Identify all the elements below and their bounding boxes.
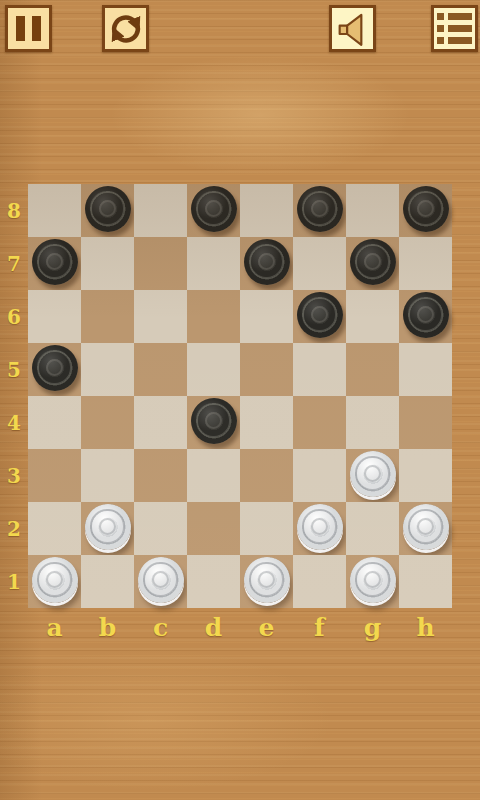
square-d6[interactable] bbox=[187, 290, 240, 343]
black-checker-g7[interactable] bbox=[350, 239, 396, 285]
square-b5[interactable] bbox=[81, 343, 134, 396]
restart-button[interactable] bbox=[102, 5, 149, 52]
square-b1[interactable] bbox=[81, 555, 134, 608]
square-e8[interactable] bbox=[240, 184, 293, 237]
square-a7[interactable] bbox=[28, 237, 81, 290]
square-f1[interactable] bbox=[293, 555, 346, 608]
square-a5[interactable] bbox=[28, 343, 81, 396]
square-h2[interactable] bbox=[399, 502, 452, 555]
board bbox=[28, 184, 452, 608]
square-h4[interactable] bbox=[399, 396, 452, 449]
square-c1[interactable] bbox=[134, 555, 187, 608]
black-checker-d8[interactable] bbox=[191, 186, 237, 232]
checkers-app-screen: 87654321 abcdefgh bbox=[0, 0, 480, 800]
square-f4[interactable] bbox=[293, 396, 346, 449]
black-checker-e7[interactable] bbox=[244, 239, 290, 285]
square-e3[interactable] bbox=[240, 449, 293, 502]
square-a1[interactable] bbox=[28, 555, 81, 608]
square-c7[interactable] bbox=[134, 237, 187, 290]
menu-list-icon bbox=[437, 13, 472, 44]
square-b6[interactable] bbox=[81, 290, 134, 343]
square-c6[interactable] bbox=[134, 290, 187, 343]
square-h7[interactable] bbox=[399, 237, 452, 290]
white-checker-g3[interactable] bbox=[350, 451, 396, 497]
square-e2[interactable] bbox=[240, 502, 293, 555]
square-f5[interactable] bbox=[293, 343, 346, 396]
square-h3[interactable] bbox=[399, 449, 452, 502]
square-e4[interactable] bbox=[240, 396, 293, 449]
square-g7[interactable] bbox=[346, 237, 399, 290]
black-checker-d4[interactable] bbox=[191, 398, 237, 444]
white-checker-c1[interactable] bbox=[138, 557, 184, 603]
rank-label-4: 4 bbox=[0, 396, 28, 449]
square-f3[interactable] bbox=[293, 449, 346, 502]
rank-label-5: 5 bbox=[0, 343, 28, 396]
square-d1[interactable] bbox=[187, 555, 240, 608]
rank-label-7: 7 bbox=[0, 237, 28, 290]
white-checker-g1[interactable] bbox=[350, 557, 396, 603]
square-a8[interactable] bbox=[28, 184, 81, 237]
square-c3[interactable] bbox=[134, 449, 187, 502]
square-g6[interactable] bbox=[346, 290, 399, 343]
white-checker-h2[interactable] bbox=[403, 504, 449, 550]
square-a6[interactable] bbox=[28, 290, 81, 343]
square-g1[interactable] bbox=[346, 555, 399, 608]
speaker-icon bbox=[333, 9, 373, 49]
black-checker-b8[interactable] bbox=[85, 186, 131, 232]
black-checker-f8[interactable] bbox=[297, 186, 343, 232]
square-b2[interactable] bbox=[81, 502, 134, 555]
square-c4[interactable] bbox=[134, 396, 187, 449]
file-label-c: c bbox=[134, 609, 187, 645]
square-f2[interactable] bbox=[293, 502, 346, 555]
square-h1[interactable] bbox=[399, 555, 452, 608]
square-b4[interactable] bbox=[81, 396, 134, 449]
square-h5[interactable] bbox=[399, 343, 452, 396]
file-label-d: d bbox=[187, 609, 240, 645]
square-g3[interactable] bbox=[346, 449, 399, 502]
file-label-h: h bbox=[399, 609, 452, 645]
rank-label-2: 2 bbox=[0, 502, 28, 555]
square-e7[interactable] bbox=[240, 237, 293, 290]
square-c8[interactable] bbox=[134, 184, 187, 237]
black-checker-f6[interactable] bbox=[297, 292, 343, 338]
square-d4[interactable] bbox=[187, 396, 240, 449]
restart-arrows-icon bbox=[106, 9, 146, 49]
white-checker-e1[interactable] bbox=[244, 557, 290, 603]
square-f7[interactable] bbox=[293, 237, 346, 290]
file-label-b: b bbox=[81, 609, 134, 645]
square-b3[interactable] bbox=[81, 449, 134, 502]
square-f6[interactable] bbox=[293, 290, 346, 343]
rank-label-8: 8 bbox=[0, 184, 28, 237]
square-a4[interactable] bbox=[28, 396, 81, 449]
rank-label-1: 1 bbox=[0, 555, 28, 608]
square-e1[interactable] bbox=[240, 555, 293, 608]
square-g2[interactable] bbox=[346, 502, 399, 555]
square-d2[interactable] bbox=[187, 502, 240, 555]
pause-button[interactable] bbox=[5, 5, 52, 52]
square-c2[interactable] bbox=[134, 502, 187, 555]
square-g5[interactable] bbox=[346, 343, 399, 396]
square-f8[interactable] bbox=[293, 184, 346, 237]
rank-labels: 87654321 bbox=[0, 184, 28, 608]
white-checker-a1[interactable] bbox=[32, 557, 78, 603]
square-a2[interactable] bbox=[28, 502, 81, 555]
square-d7[interactable] bbox=[187, 237, 240, 290]
black-checker-a5[interactable] bbox=[32, 345, 78, 391]
square-a3[interactable] bbox=[28, 449, 81, 502]
file-label-e: e bbox=[240, 609, 293, 645]
square-d3[interactable] bbox=[187, 449, 240, 502]
square-d5[interactable] bbox=[187, 343, 240, 396]
square-e6[interactable] bbox=[240, 290, 293, 343]
file-label-g: g bbox=[346, 609, 399, 645]
pause-icon bbox=[16, 16, 41, 41]
rank-label-6: 6 bbox=[0, 290, 28, 343]
white-checker-b2[interactable] bbox=[85, 504, 131, 550]
file-label-f: f bbox=[293, 609, 346, 645]
square-d8[interactable] bbox=[187, 184, 240, 237]
sound-button[interactable] bbox=[329, 5, 376, 52]
square-b7[interactable] bbox=[81, 237, 134, 290]
black-checker-h6[interactable] bbox=[403, 292, 449, 338]
rank-label-3: 3 bbox=[0, 449, 28, 502]
menu-button[interactable] bbox=[431, 5, 478, 52]
file-label-a: a bbox=[28, 609, 81, 645]
square-e5[interactable] bbox=[240, 343, 293, 396]
black-checker-h8[interactable] bbox=[403, 186, 449, 232]
square-h8[interactable] bbox=[399, 184, 452, 237]
black-checker-a7[interactable] bbox=[32, 239, 78, 285]
square-h6[interactable] bbox=[399, 290, 452, 343]
square-b8[interactable] bbox=[81, 184, 134, 237]
square-g4[interactable] bbox=[346, 396, 399, 449]
square-g8[interactable] bbox=[346, 184, 399, 237]
file-labels: abcdefgh bbox=[28, 609, 452, 645]
white-checker-f2[interactable] bbox=[297, 504, 343, 550]
square-c5[interactable] bbox=[134, 343, 187, 396]
